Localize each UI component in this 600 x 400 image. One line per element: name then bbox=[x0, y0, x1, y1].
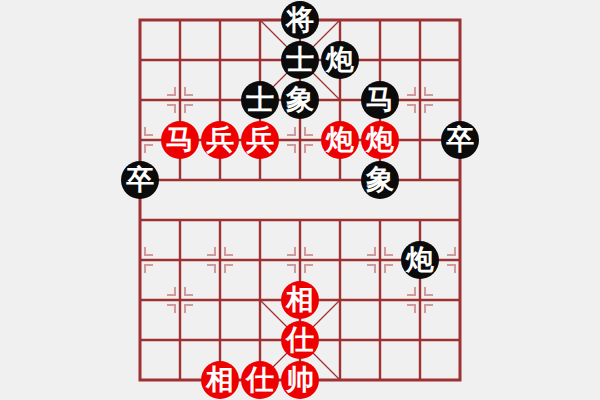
black-soldier[interactable]: 卒 bbox=[121, 161, 159, 199]
black-horse[interactable]: 马 bbox=[361, 81, 399, 119]
red-horse[interactable]: 马 bbox=[161, 121, 199, 159]
red-general[interactable]: 帅 bbox=[281, 361, 319, 399]
black-elephant[interactable]: 象 bbox=[361, 161, 399, 199]
xiangqi-diagram: 将士炮士象马马兵兵炮炮卒卒象炮相仕相仕帅 bbox=[0, 0, 600, 400]
black-cannon[interactable]: 炮 bbox=[401, 241, 439, 279]
black-advisor[interactable]: 士 bbox=[241, 81, 279, 119]
red-elephant[interactable]: 相 bbox=[281, 281, 319, 319]
black-general[interactable]: 将 bbox=[281, 1, 319, 39]
red-advisor[interactable]: 仕 bbox=[241, 361, 279, 399]
red-cannon[interactable]: 炮 bbox=[321, 121, 359, 159]
black-elephant[interactable]: 象 bbox=[281, 81, 319, 119]
red-soldier[interactable]: 兵 bbox=[241, 121, 279, 159]
red-advisor[interactable]: 仕 bbox=[281, 321, 319, 359]
xiangqi-board: 将士炮士象马马兵兵炮炮卒卒象炮相仕相仕帅 bbox=[0, 0, 600, 400]
red-cannon[interactable]: 炮 bbox=[361, 121, 399, 159]
red-soldier[interactable]: 兵 bbox=[201, 121, 239, 159]
black-cannon[interactable]: 炮 bbox=[321, 41, 359, 79]
red-elephant[interactable]: 相 bbox=[201, 361, 239, 399]
black-soldier[interactable]: 卒 bbox=[441, 121, 479, 159]
black-advisor[interactable]: 士 bbox=[281, 41, 319, 79]
